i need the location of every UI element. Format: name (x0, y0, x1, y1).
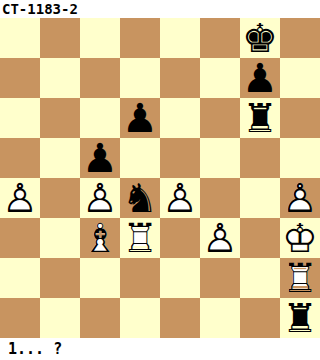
square-h6[interactable] (280, 98, 320, 138)
square-a2[interactable] (0, 258, 40, 298)
square-e1[interactable] (160, 298, 200, 338)
square-b7[interactable] (40, 58, 80, 98)
square-h4[interactable]: ♟♙ (280, 178, 320, 218)
square-c7[interactable] (80, 58, 120, 98)
square-h8[interactable] (280, 18, 320, 58)
piece-white-bishop-outline: ♗ (80, 218, 120, 258)
piece-white-pawn-outline: ♙ (200, 218, 240, 258)
square-h1[interactable]: ♜ (280, 298, 320, 338)
square-g5[interactable] (240, 138, 280, 178)
piece-white-pawn[interactable]: ♟ (160, 178, 200, 218)
piece-black-pawn[interactable]: ♟ (240, 58, 280, 98)
square-d5[interactable] (120, 138, 160, 178)
square-e5[interactable] (160, 138, 200, 178)
square-c4[interactable]: ♟♙ (80, 178, 120, 218)
square-b3[interactable] (40, 218, 80, 258)
square-f7[interactable] (200, 58, 240, 98)
square-b6[interactable] (40, 98, 80, 138)
square-a4[interactable]: ♟♙ (0, 178, 40, 218)
square-f2[interactable] (200, 258, 240, 298)
square-f8[interactable] (200, 18, 240, 58)
square-c5[interactable]: ♟ (80, 138, 120, 178)
square-g4[interactable] (240, 178, 280, 218)
square-b8[interactable] (40, 18, 80, 58)
square-e6[interactable] (160, 98, 200, 138)
piece-white-king[interactable]: ♚ (280, 218, 320, 258)
piece-white-rook-outline: ♖ (120, 218, 160, 258)
piece-white-pawn-outline: ♙ (280, 178, 320, 218)
square-a5[interactable] (0, 138, 40, 178)
square-c2[interactable] (80, 258, 120, 298)
square-e4[interactable]: ♟♙ (160, 178, 200, 218)
move-prompt: 1... ? (0, 338, 320, 360)
square-h5[interactable] (280, 138, 320, 178)
square-a1[interactable] (0, 298, 40, 338)
square-e2[interactable] (160, 258, 200, 298)
square-g2[interactable] (240, 258, 280, 298)
square-h7[interactable] (280, 58, 320, 98)
square-h2[interactable]: ♜♖ (280, 258, 320, 298)
piece-white-pawn[interactable]: ♟ (200, 218, 240, 258)
square-h3[interactable]: ♚♔ (280, 218, 320, 258)
square-g3[interactable] (240, 218, 280, 258)
piece-black-king[interactable]: ♚ (240, 18, 280, 58)
square-g7[interactable]: ♟ (240, 58, 280, 98)
square-d2[interactable] (120, 258, 160, 298)
piece-white-bishop[interactable]: ♝ (80, 218, 120, 258)
diagram-title: CT-1183-2 (0, 0, 320, 18)
square-f5[interactable] (200, 138, 240, 178)
square-g6[interactable]: ♜ (240, 98, 280, 138)
square-f1[interactable] (200, 298, 240, 338)
square-c1[interactable] (80, 298, 120, 338)
square-g8[interactable]: ♚ (240, 18, 280, 58)
square-b5[interactable] (40, 138, 80, 178)
square-a8[interactable] (0, 18, 40, 58)
square-d4[interactable]: ♞ (120, 178, 160, 218)
square-c8[interactable] (80, 18, 120, 58)
square-a7[interactable] (0, 58, 40, 98)
square-e7[interactable] (160, 58, 200, 98)
piece-black-knight[interactable]: ♞ (120, 178, 160, 218)
piece-black-pawn[interactable]: ♟ (80, 138, 120, 178)
square-e8[interactable] (160, 18, 200, 58)
square-b2[interactable] (40, 258, 80, 298)
piece-white-pawn[interactable]: ♟ (80, 178, 120, 218)
piece-white-pawn-outline: ♙ (80, 178, 120, 218)
square-d8[interactable] (120, 18, 160, 58)
piece-white-pawn[interactable]: ♟ (280, 178, 320, 218)
square-a3[interactable] (0, 218, 40, 258)
piece-white-rook-outline: ♖ (280, 258, 320, 298)
piece-white-pawn-outline: ♙ (160, 178, 200, 218)
square-c6[interactable] (80, 98, 120, 138)
square-d3[interactable]: ♜♖ (120, 218, 160, 258)
square-e3[interactable] (160, 218, 200, 258)
chess-diagram: CT-1183-2 ♚♟♟♜♟♟♙♟♙♞♟♙♟♙♝♗♜♖♟♙♚♔♜♖♜ 1...… (0, 0, 320, 360)
square-f3[interactable]: ♟♙ (200, 218, 240, 258)
piece-black-rook[interactable]: ♜ (240, 98, 280, 138)
board: ♚♟♟♜♟♟♙♟♙♞♟♙♟♙♝♗♜♖♟♙♚♔♜♖♜ (0, 18, 320, 338)
square-d1[interactable] (120, 298, 160, 338)
piece-white-king-outline: ♔ (280, 218, 320, 258)
square-b1[interactable] (40, 298, 80, 338)
piece-white-pawn-outline: ♙ (0, 178, 40, 218)
square-b4[interactable] (40, 178, 80, 218)
square-a6[interactable] (0, 98, 40, 138)
square-f6[interactable] (200, 98, 240, 138)
square-d6[interactable]: ♟ (120, 98, 160, 138)
piece-black-pawn[interactable]: ♟ (120, 98, 160, 138)
square-f4[interactable] (200, 178, 240, 218)
square-d7[interactable] (120, 58, 160, 98)
piece-black-rook[interactable]: ♜ (280, 298, 320, 338)
piece-white-rook[interactable]: ♜ (280, 258, 320, 298)
piece-white-pawn[interactable]: ♟ (0, 178, 40, 218)
piece-white-rook[interactable]: ♜ (120, 218, 160, 258)
square-c3[interactable]: ♝♗ (80, 218, 120, 258)
square-g1[interactable] (240, 298, 280, 338)
